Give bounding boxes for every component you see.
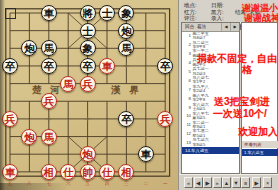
last-move-from-marker xyxy=(5,8,16,19)
variation-list-title: 变着列表 xyxy=(242,141,278,148)
move-text: 马七进六车8进5 xyxy=(193,138,209,147)
move-text: 炮二平五马8进7 xyxy=(193,32,209,41)
piece-black-chariot[interactable]: 車 xyxy=(41,5,57,21)
stream-overlay-line-3: 捐款不固定，自由 xyxy=(197,52,277,66)
move-number: 4 xyxy=(182,60,193,65)
piece-red-horse[interactable]: 馬 xyxy=(41,129,57,145)
piece-black-soldier[interactable]: 卒 xyxy=(41,58,57,74)
move-number: 1 xyxy=(182,33,193,38)
toolbar-nav-button[interactable]: ≡ xyxy=(241,177,250,188)
move-number: 6 xyxy=(182,78,193,83)
piece-red-horse[interactable]: 馬 xyxy=(60,76,76,92)
navigation-toolbar: «◀▶»▲▼≡▶× xyxy=(179,174,278,190)
piece-red-advisor[interactable]: 仕 xyxy=(60,164,76,180)
video-corner-shadow xyxy=(0,183,70,190)
piece-red-elephant[interactable]: 相 xyxy=(118,164,134,180)
move-row[interactable]: 7车九平八车2进4 xyxy=(182,85,239,94)
svg-text:一: 一 xyxy=(163,181,168,186)
piece-red-cannon[interactable]: 炮 xyxy=(21,129,37,145)
toolbar-nav-button[interactable]: ▶ xyxy=(203,177,212,188)
variation-selected-row[interactable]: 1.车八进五 xyxy=(242,149,278,156)
move-number: 12 xyxy=(182,131,193,136)
stream-overlay-line-7: 欢迎加入实名 xyxy=(238,125,278,139)
xiangqi-board[interactable]: 楚 河漢 界九八七六五四三二一 車將士象士炮炮馬象馬卒卒卒卒車馬兵兵兵卒兵炮馬炮… xyxy=(0,0,178,190)
column-round: 回合 xyxy=(182,23,197,31)
prev-move-button[interactable]: ◀ xyxy=(221,23,230,31)
selected-move-row[interactable]: 14.车八进五 xyxy=(182,147,239,154)
move-rows: 1炮二平五马8进72马二进三车9平83车一平二炮8进44兵三进一炮2平55兵七进… xyxy=(182,32,239,148)
move-text: 车八平七象3进5 xyxy=(193,112,209,121)
piece-red-soldier[interactable]: 兵 xyxy=(80,76,96,92)
piece-black-general[interactable]: 將 xyxy=(80,5,96,21)
piece-red-soldier[interactable]: 兵 xyxy=(41,93,57,109)
move-row[interactable]: 13马七进六车8进5 xyxy=(182,138,239,147)
next-move-button[interactable]: ▶ xyxy=(230,23,239,31)
stream-overlay-line-6: 一次送10个/ xyxy=(213,107,267,121)
piece-red-cannon[interactable]: 炮 xyxy=(80,146,96,162)
svg-text:漢 界: 漢 界 xyxy=(110,84,142,95)
piece-red-advisor[interactable]: 仕 xyxy=(99,164,115,180)
move-number: 8 xyxy=(182,96,193,101)
toolbar-nav-button[interactable]: ▼ xyxy=(232,177,241,188)
piece-red-elephant[interactable]: 相 xyxy=(41,164,57,180)
move-row[interactable]: 1炮二平五马8进7 xyxy=(182,32,239,41)
app-window: 楚 河漢 界九八七六五四三二一 車將士象士炮炮馬象馬卒卒卒卒車馬兵兵兵卒兵炮馬炮… xyxy=(0,0,278,190)
piece-black-cannon[interactable]: 炮 xyxy=(118,23,134,39)
stream-overlay-thanks-2: 谢谢战神网友 xyxy=(244,12,278,25)
svg-text:二: 二 xyxy=(144,181,149,186)
move-number: 2 xyxy=(182,42,193,47)
video-edge-shadow xyxy=(0,0,5,190)
piece-black-elephant[interactable]: 象 xyxy=(118,5,134,21)
move-row[interactable]: 12车七退二卒5进1 xyxy=(182,129,239,138)
toolbar-nav-button[interactable]: » xyxy=(213,177,222,188)
move-number: 5 xyxy=(182,69,193,74)
move-number: 3 xyxy=(182,51,193,56)
move-number: 11 xyxy=(182,122,193,127)
toolbar-nav-button[interactable]: ◀ xyxy=(194,177,203,188)
piece-black-horse[interactable]: 馬 xyxy=(41,40,57,56)
piece-black-chariot[interactable]: 車 xyxy=(138,146,154,162)
piece-red-chariot[interactable]: 車 xyxy=(99,58,115,74)
piece-black-horse[interactable]: 馬 xyxy=(118,40,134,56)
toolbar-nav-button[interactable]: « xyxy=(184,177,193,188)
piece-black-cannon[interactable]: 炮 xyxy=(21,40,37,56)
move-list-header: 回合 着法 ◀ ▶ xyxy=(182,23,239,32)
move-number: 13 xyxy=(182,140,193,145)
piece-black-advisor[interactable]: 士 xyxy=(80,23,96,39)
piece-black-soldier[interactable]: 卒 xyxy=(80,58,96,74)
move-number: 10 xyxy=(182,113,193,118)
piece-black-advisor[interactable]: 士 xyxy=(99,5,115,21)
stream-overlay-line-4: 格 xyxy=(242,63,252,77)
toolbar-play-button[interactable]: ▶ xyxy=(252,177,261,188)
svg-text:三: 三 xyxy=(124,181,129,186)
move-row[interactable]: 11车二进一卒9进1 xyxy=(182,120,239,129)
svg-text:四: 四 xyxy=(105,181,110,187)
move-number: 7 xyxy=(182,87,193,92)
piece-red-soldier[interactable]: 兵 xyxy=(157,111,173,127)
piece-red-general[interactable]: 帥 xyxy=(80,164,96,180)
piece-black-soldier[interactable]: 卒 xyxy=(118,111,134,127)
move-number: 9 xyxy=(182,105,193,110)
toolbar-nav-button[interactable]: ▲ xyxy=(222,177,231,188)
move-row[interactable]: 5兵七进一马2进3 xyxy=(182,67,239,76)
column-moves: 着法 xyxy=(197,23,221,31)
toolbar-close-button[interactable]: × xyxy=(263,177,272,188)
move-row[interactable]: 6马八进七车1平2 xyxy=(182,76,239,85)
svg-text:五: 五 xyxy=(85,181,90,186)
piece-black-elephant[interactable]: 象 xyxy=(80,40,96,56)
move-row[interactable]: 2马二进三车9平8 xyxy=(182,40,239,49)
